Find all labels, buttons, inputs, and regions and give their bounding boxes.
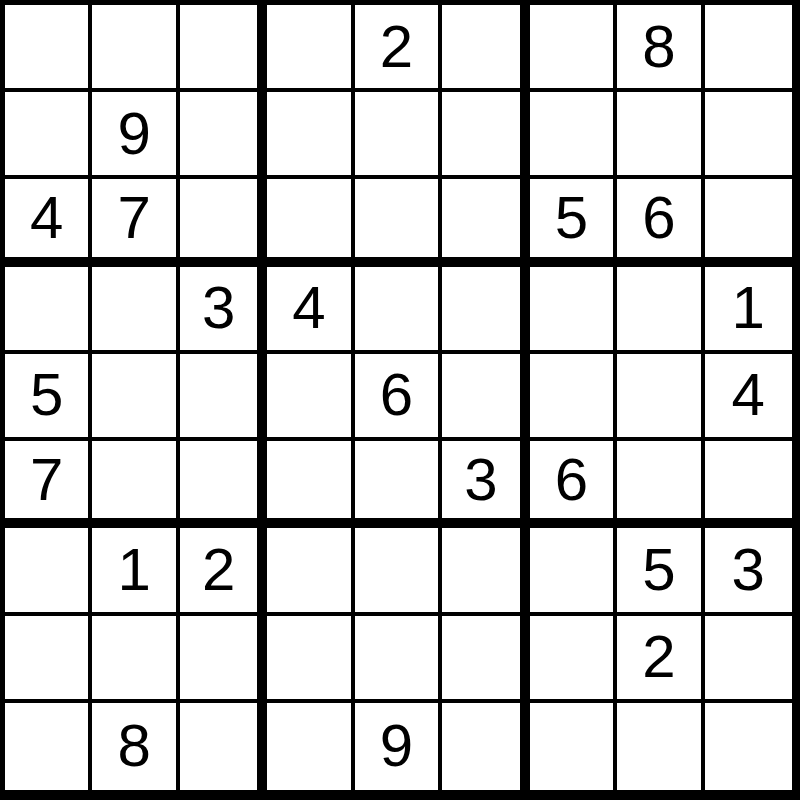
given-digit: 4 (30, 188, 63, 248)
cell-r9c4[interactable] (267, 703, 354, 790)
cell-r1c2[interactable] (92, 5, 179, 92)
given-digit: 5 (555, 188, 588, 248)
cell-r2c9[interactable] (705, 92, 792, 179)
given-digit: 2 (202, 540, 235, 600)
cell-r6c8[interactable] (617, 441, 704, 528)
given-digit: 4 (732, 365, 765, 425)
cell-r6c3[interactable] (180, 441, 267, 528)
given-digit: 6 (642, 188, 675, 248)
cell-r3c4[interactable] (267, 179, 354, 266)
cell-r7c3[interactable]: 2 (180, 528, 267, 615)
cell-r9c9[interactable] (705, 703, 792, 790)
cell-r3c7[interactable]: 5 (530, 179, 617, 266)
given-digit: 3 (464, 450, 497, 510)
cell-r1c1[interactable] (5, 5, 92, 92)
cell-r4c4[interactable]: 4 (267, 267, 354, 354)
given-digit: 2 (642, 627, 675, 687)
given-digit: 5 (642, 540, 675, 600)
cell-r5c8[interactable] (617, 354, 704, 441)
cell-r8c3[interactable] (180, 616, 267, 703)
given-digit: 5 (30, 365, 63, 425)
given-digit: 2 (380, 17, 413, 77)
cell-r8c2[interactable] (92, 616, 179, 703)
given-digit: 6 (555, 450, 588, 510)
cell-r4c5[interactable] (355, 267, 442, 354)
cell-r9c1[interactable] (5, 703, 92, 790)
cell-r6c4[interactable] (267, 441, 354, 528)
cell-r6c6[interactable]: 3 (442, 441, 529, 528)
cell-r3c5[interactable] (355, 179, 442, 266)
cell-r1c3[interactable] (180, 5, 267, 92)
cell-r3c9[interactable] (705, 179, 792, 266)
cell-r8c4[interactable] (267, 616, 354, 703)
cell-r2c6[interactable] (442, 92, 529, 179)
cell-r5c9[interactable]: 4 (705, 354, 792, 441)
cell-r8c1[interactable] (5, 616, 92, 703)
cell-r2c3[interactable] (180, 92, 267, 179)
cell-r4c9[interactable]: 1 (705, 267, 792, 354)
cell-r3c8[interactable]: 6 (617, 179, 704, 266)
cell-r2c2[interactable]: 9 (92, 92, 179, 179)
cell-r5c1[interactable]: 5 (5, 354, 92, 441)
cell-r4c6[interactable] (442, 267, 529, 354)
cell-r7c7[interactable] (530, 528, 617, 615)
cell-r8c9[interactable] (705, 616, 792, 703)
given-digit: 1 (732, 278, 765, 338)
cell-r6c1[interactable]: 7 (5, 441, 92, 528)
cell-r7c5[interactable] (355, 528, 442, 615)
given-digit: 6 (380, 365, 413, 425)
cell-r5c2[interactable] (92, 354, 179, 441)
cell-r2c5[interactable] (355, 92, 442, 179)
cell-r9c2[interactable]: 8 (92, 703, 179, 790)
cell-r8c7[interactable] (530, 616, 617, 703)
given-digit: 8 (642, 17, 675, 77)
cell-r4c1[interactable] (5, 267, 92, 354)
cell-r6c9[interactable] (705, 441, 792, 528)
cell-r5c3[interactable] (180, 354, 267, 441)
cell-r2c7[interactable] (530, 92, 617, 179)
cell-r9c5[interactable]: 9 (355, 703, 442, 790)
given-digit: 7 (117, 188, 150, 248)
cell-r6c5[interactable] (355, 441, 442, 528)
cell-r3c6[interactable] (442, 179, 529, 266)
cell-r9c7[interactable] (530, 703, 617, 790)
cell-r5c5[interactable]: 6 (355, 354, 442, 441)
cell-r7c8[interactable]: 5 (617, 528, 704, 615)
cell-r2c8[interactable] (617, 92, 704, 179)
cell-r6c2[interactable] (92, 441, 179, 528)
sudoku-page: 28947563415647361253289 (0, 0, 800, 800)
cell-r7c9[interactable]: 3 (705, 528, 792, 615)
cell-r9c6[interactable] (442, 703, 529, 790)
cell-r4c8[interactable] (617, 267, 704, 354)
cell-r3c2[interactable]: 7 (92, 179, 179, 266)
cell-r7c1[interactable] (5, 528, 92, 615)
cell-r5c7[interactable] (530, 354, 617, 441)
cell-r3c3[interactable] (180, 179, 267, 266)
given-digit: 3 (732, 540, 765, 600)
cell-r5c4[interactable] (267, 354, 354, 441)
cell-r5c6[interactable] (442, 354, 529, 441)
cell-r8c5[interactable] (355, 616, 442, 703)
cell-r1c7[interactable] (530, 5, 617, 92)
cell-r7c6[interactable] (442, 528, 529, 615)
cell-r2c4[interactable] (267, 92, 354, 179)
given-digit: 4 (292, 278, 325, 338)
cell-r9c8[interactable] (617, 703, 704, 790)
cell-r1c4[interactable] (267, 5, 354, 92)
given-digit: 1 (117, 540, 150, 600)
cell-r2c1[interactable] (5, 92, 92, 179)
cell-r4c3[interactable]: 3 (180, 267, 267, 354)
cell-r6c7[interactable]: 6 (530, 441, 617, 528)
cell-r9c3[interactable] (180, 703, 267, 790)
given-digit: 9 (380, 716, 413, 776)
given-digit: 8 (117, 716, 150, 776)
sudoku-board: 28947563415647361253289 (0, 0, 800, 800)
cell-r7c2[interactable]: 1 (92, 528, 179, 615)
cell-r1c8[interactable]: 8 (617, 5, 704, 92)
given-digit: 7 (30, 450, 63, 510)
cell-r8c8[interactable]: 2 (617, 616, 704, 703)
cell-r8c6[interactable] (442, 616, 529, 703)
cell-r4c2[interactable] (92, 267, 179, 354)
cell-r4c7[interactable] (530, 267, 617, 354)
cell-r1c9[interactable] (705, 5, 792, 92)
cell-r1c6[interactable] (442, 5, 529, 92)
cell-r1c5[interactable]: 2 (355, 5, 442, 92)
given-digit: 3 (202, 278, 235, 338)
given-digit: 9 (117, 104, 150, 164)
cell-r3c1[interactable]: 4 (5, 179, 92, 266)
cell-r7c4[interactable] (267, 528, 354, 615)
